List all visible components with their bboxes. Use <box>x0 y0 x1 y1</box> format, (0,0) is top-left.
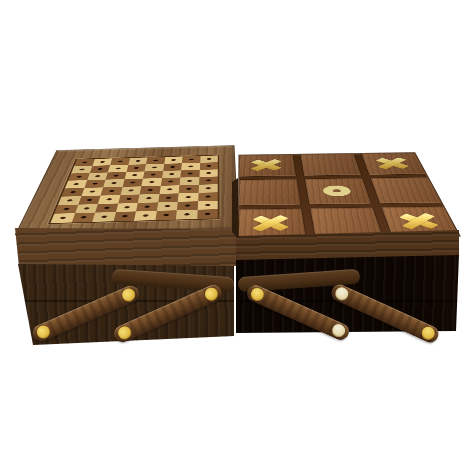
brass-x-inlay <box>369 155 417 173</box>
brass-rivet <box>120 286 137 303</box>
chess-lid-perspective <box>11 109 238 235</box>
brass-o-inlay <box>322 185 352 196</box>
ttt-cell-r2c2 <box>305 178 371 204</box>
pale-rivet <box>333 285 350 302</box>
brass-rivet <box>116 324 133 341</box>
product-photo <box>0 0 470 470</box>
ttt-cell-r2c1 <box>239 179 300 205</box>
tictactoe-lid <box>236 112 461 239</box>
chessboard <box>48 155 220 224</box>
brass-x-inlay <box>243 211 299 236</box>
brass-x-inlay <box>243 156 291 174</box>
tictactoe-board <box>238 152 461 239</box>
chess-square-d1 <box>113 212 136 222</box>
brass-x-inlay <box>391 209 447 233</box>
pale-rivet <box>330 322 347 339</box>
game-box <box>0 0 470 470</box>
ttt-cell-r1c3 <box>361 153 426 175</box>
ttt-cell-r1c1 <box>239 154 296 176</box>
chess-lid-top <box>15 145 239 235</box>
ttt-cell-r2c3 <box>371 177 442 203</box>
chess-square-e1 <box>134 211 156 221</box>
brass-rivet <box>249 286 266 303</box>
chess-square-g1 <box>176 210 197 220</box>
chess-lid <box>11 109 238 235</box>
chess-square-c1 <box>92 212 115 222</box>
brass-rivet <box>203 286 220 303</box>
chess-square-h1 <box>197 209 218 219</box>
chess-square-f1 <box>155 210 177 220</box>
tictactoe-lid-perspective <box>236 112 461 239</box>
brass-rivet <box>35 323 52 340</box>
brass-rivet <box>420 325 437 342</box>
ttt-cell-r1c2 <box>300 153 361 175</box>
